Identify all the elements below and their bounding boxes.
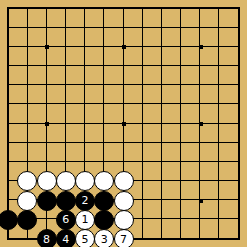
grid-cell — [9, 28, 28, 47]
grid-cell — [85, 104, 104, 123]
grid-cell — [162, 181, 181, 200]
grid-cell — [104, 66, 123, 85]
grid-cell — [200, 28, 219, 47]
grid-cell — [124, 124, 143, 143]
hoshi-star-point — [199, 45, 203, 49]
grid-cell — [47, 124, 66, 143]
grid-cell — [200, 143, 219, 162]
grid-cell — [219, 9, 238, 28]
grid-cell — [124, 47, 143, 66]
move-number: 8 — [43, 234, 50, 245]
grid-cell — [9, 47, 28, 66]
black-stone — [37, 191, 57, 211]
grid-cell — [66, 28, 85, 47]
move-number: 7 — [120, 234, 127, 245]
hoshi-star-point — [45, 122, 49, 126]
black-stone — [94, 210, 114, 230]
grid-cell — [143, 9, 162, 28]
grid-cell — [219, 85, 238, 104]
grid-cell — [143, 162, 162, 181]
white-stone — [56, 171, 76, 191]
grid-cell — [47, 143, 66, 162]
grid-cell — [143, 181, 162, 200]
grid-cell — [9, 85, 28, 104]
grid-cell — [181, 181, 200, 200]
grid-cell — [162, 104, 181, 123]
grid-cell — [200, 85, 219, 104]
grid-cell — [47, 28, 66, 47]
grid-cell — [47, 47, 66, 66]
grid-cell — [104, 9, 123, 28]
grid-cell — [143, 104, 162, 123]
grid-cell — [66, 47, 85, 66]
black-stone — [17, 210, 37, 230]
grid-cell — [181, 124, 200, 143]
grid-cell — [9, 66, 28, 85]
grid-cell — [181, 162, 200, 181]
grid-cell — [219, 162, 238, 181]
grid-cell — [200, 181, 219, 200]
grid-cell — [47, 85, 66, 104]
grid-cell — [66, 85, 85, 104]
grid-cell — [28, 85, 47, 104]
grid-cell — [181, 9, 200, 28]
grid-cell — [66, 9, 85, 28]
grid-cell — [162, 9, 181, 28]
grid-cell — [143, 85, 162, 104]
white-stone: 7 — [114, 229, 134, 247]
grid-cell — [28, 66, 47, 85]
grid-cell — [181, 47, 200, 66]
grid-cell — [47, 9, 66, 28]
grid-cell — [219, 143, 238, 162]
go-board[interactable]: 26184537 — [0, 0, 247, 247]
hoshi-star-point — [122, 45, 126, 49]
white-stone — [17, 191, 37, 211]
grid-cell — [28, 143, 47, 162]
black-stone — [94, 191, 114, 211]
grid-cell — [124, 9, 143, 28]
grid-cell — [143, 124, 162, 143]
grid-cell — [104, 47, 123, 66]
grid-cell — [219, 181, 238, 200]
move-number: 5 — [82, 234, 89, 245]
grid-cell — [181, 104, 200, 123]
grid-cell — [200, 104, 219, 123]
grid-cell — [162, 28, 181, 47]
grid-cell — [200, 9, 219, 28]
grid-cell — [162, 124, 181, 143]
grid-cell — [143, 66, 162, 85]
move-number: 4 — [62, 234, 69, 245]
grid-cell — [181, 200, 200, 219]
grid-cell — [219, 47, 238, 66]
grid-cell — [85, 85, 104, 104]
grid-cell — [66, 66, 85, 85]
grid-cell — [85, 66, 104, 85]
grid-cell — [162, 219, 181, 238]
hoshi-star-point — [122, 122, 126, 126]
grid-cell — [219, 104, 238, 123]
grid-cell — [162, 162, 181, 181]
grid-cell — [200, 200, 219, 219]
grid-cell — [85, 28, 104, 47]
hoshi-star-point — [199, 199, 203, 203]
black-stone: 4 — [56, 229, 76, 247]
white-stone — [37, 171, 57, 191]
grid-cell — [181, 28, 200, 47]
grid-cell — [104, 143, 123, 162]
grid-cell — [9, 104, 28, 123]
grid-cell — [104, 124, 123, 143]
grid-cell — [200, 47, 219, 66]
grid-cell — [200, 66, 219, 85]
black-stone: 8 — [37, 229, 57, 247]
white-stone: 1 — [75, 210, 95, 230]
grid-cell — [104, 85, 123, 104]
grid-cell — [143, 200, 162, 219]
grid-cell — [219, 200, 238, 219]
grid-cell — [66, 143, 85, 162]
grid-cell — [28, 9, 47, 28]
black-stone — [0, 210, 18, 230]
grid-cell — [219, 66, 238, 85]
grid-cell — [124, 66, 143, 85]
grid-cell — [181, 85, 200, 104]
grid-cell — [219, 124, 238, 143]
white-stone: 5 — [75, 229, 95, 247]
hoshi-star-point — [45, 45, 49, 49]
black-stone — [56, 191, 76, 211]
grid-cell — [219, 219, 238, 238]
grid-cell — [143, 47, 162, 66]
grid-cell — [124, 28, 143, 47]
grid-cell — [162, 85, 181, 104]
grid-cell — [28, 47, 47, 66]
black-stone: 6 — [56, 210, 76, 230]
white-stone — [114, 210, 134, 230]
white-stone — [114, 191, 134, 211]
grid-cell — [28, 124, 47, 143]
grid-cell — [181, 219, 200, 238]
grid-cell — [181, 66, 200, 85]
grid-cell — [9, 9, 28, 28]
grid-cell — [9, 143, 28, 162]
grid-cell — [124, 104, 143, 123]
black-stone: 2 — [75, 191, 95, 211]
grid-cell — [143, 219, 162, 238]
move-number: 6 — [62, 214, 69, 225]
grid-cell — [85, 47, 104, 66]
white-stone: 3 — [94, 229, 114, 247]
move-number: 3 — [101, 234, 108, 245]
grid-cell — [143, 28, 162, 47]
grid-cell — [219, 28, 238, 47]
grid-cell — [9, 124, 28, 143]
white-stone — [114, 171, 134, 191]
grid-cell — [162, 47, 181, 66]
grid-cell — [47, 66, 66, 85]
grid-cell — [162, 66, 181, 85]
grid-cell — [85, 124, 104, 143]
grid-cell — [124, 143, 143, 162]
grid-cell — [162, 143, 181, 162]
grid-cell — [181, 143, 200, 162]
grid-cell — [66, 104, 85, 123]
grid-cell — [85, 9, 104, 28]
grid-cell — [66, 124, 85, 143]
grid-cell — [162, 200, 181, 219]
grid-cell — [200, 162, 219, 181]
hoshi-star-point — [199, 122, 203, 126]
grid-cell — [85, 143, 104, 162]
grid-cell — [200, 124, 219, 143]
go-diagram: 26184537 — [0, 0, 247, 247]
grid-cell — [143, 143, 162, 162]
move-number: 2 — [82, 195, 89, 206]
grid-cell — [47, 104, 66, 123]
move-number: 1 — [82, 214, 89, 225]
grid-cell — [124, 85, 143, 104]
grid-cell — [200, 219, 219, 238]
